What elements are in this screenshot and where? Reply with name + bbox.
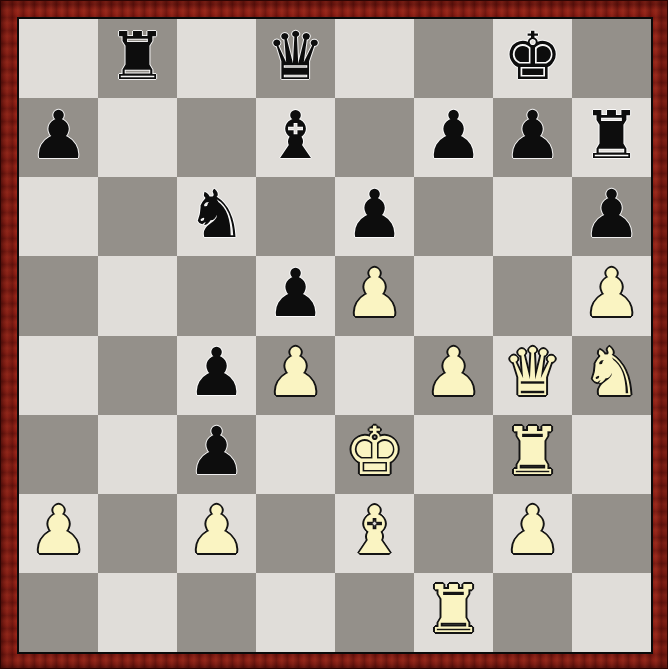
square-a5[interactable] (19, 256, 98, 335)
square-g3[interactable]: ♜ (493, 415, 572, 494)
white-knight-h4: ♞ (582, 340, 641, 406)
square-h7[interactable]: ♜ (572, 98, 651, 177)
square-e7[interactable] (335, 98, 414, 177)
white-pawn-d4: ♟ (266, 340, 325, 406)
square-d1[interactable] (256, 573, 335, 652)
square-b3[interactable] (98, 415, 177, 494)
square-d7[interactable]: ♝ (256, 98, 335, 177)
black-pawn-h6: ♟ (582, 182, 641, 248)
square-g6[interactable] (493, 177, 572, 256)
square-e3[interactable]: ♚ (335, 415, 414, 494)
square-e1[interactable] (335, 573, 414, 652)
white-pawn-e5: ♟ (345, 261, 404, 327)
square-g4[interactable]: ♛ (493, 336, 572, 415)
square-g7[interactable]: ♟ (493, 98, 572, 177)
square-a3[interactable] (19, 415, 98, 494)
white-bishop-e2: ♝ (345, 498, 404, 564)
black-pawn-a7: ♟ (29, 103, 88, 169)
square-d8[interactable]: ♛ (256, 19, 335, 98)
board-inner-border: ♜♛♚♟♝♟♟♜♞♟♟♟♟♟♟♟♟♛♞♟♚♜♟♟♝♟♜ (17, 17, 653, 654)
square-e4[interactable] (335, 336, 414, 415)
square-b1[interactable] (98, 573, 177, 652)
square-e2[interactable]: ♝ (335, 494, 414, 573)
white-rook-f1: ♜ (424, 577, 483, 643)
black-bishop-d7: ♝ (266, 103, 325, 169)
white-pawn-c2: ♟ (187, 498, 246, 564)
square-g1[interactable] (493, 573, 572, 652)
square-g8[interactable]: ♚ (493, 19, 572, 98)
square-c7[interactable] (177, 98, 256, 177)
square-h2[interactable] (572, 494, 651, 573)
square-d6[interactable] (256, 177, 335, 256)
square-f5[interactable] (414, 256, 493, 335)
square-h3[interactable] (572, 415, 651, 494)
square-f3[interactable] (414, 415, 493, 494)
black-pawn-c3: ♟ (187, 419, 246, 485)
square-e8[interactable] (335, 19, 414, 98)
square-c8[interactable] (177, 19, 256, 98)
square-f1[interactable]: ♜ (414, 573, 493, 652)
square-c1[interactable] (177, 573, 256, 652)
black-pawn-c4: ♟ (187, 340, 246, 406)
square-f4[interactable]: ♟ (414, 336, 493, 415)
square-b7[interactable] (98, 98, 177, 177)
black-rook-b8: ♜ (108, 24, 167, 90)
black-pawn-e6: ♟ (345, 182, 404, 248)
square-f2[interactable] (414, 494, 493, 573)
white-queen-g4: ♛ (503, 340, 562, 406)
square-b6[interactable] (98, 177, 177, 256)
square-h1[interactable] (572, 573, 651, 652)
white-king-e3: ♚ (345, 419, 404, 485)
square-d4[interactable]: ♟ (256, 336, 335, 415)
square-e5[interactable]: ♟ (335, 256, 414, 335)
square-e6[interactable]: ♟ (335, 177, 414, 256)
square-a7[interactable]: ♟ (19, 98, 98, 177)
black-king-g8: ♚ (503, 24, 562, 90)
square-h6[interactable]: ♟ (572, 177, 651, 256)
square-b8[interactable]: ♜ (98, 19, 177, 98)
square-g2[interactable]: ♟ (493, 494, 572, 573)
square-b4[interactable] (98, 336, 177, 415)
square-c2[interactable]: ♟ (177, 494, 256, 573)
square-c6[interactable]: ♞ (177, 177, 256, 256)
square-b2[interactable] (98, 494, 177, 573)
black-pawn-g7: ♟ (503, 103, 562, 169)
white-pawn-h5: ♟ (582, 261, 641, 327)
square-a4[interactable] (19, 336, 98, 415)
square-f7[interactable]: ♟ (414, 98, 493, 177)
white-pawn-a2: ♟ (29, 498, 88, 564)
square-a6[interactable] (19, 177, 98, 256)
square-c3[interactable]: ♟ (177, 415, 256, 494)
square-g5[interactable] (493, 256, 572, 335)
black-rook-h7: ♜ (582, 103, 641, 169)
square-f6[interactable] (414, 177, 493, 256)
square-h8[interactable] (572, 19, 651, 98)
black-queen-d8: ♛ (266, 24, 325, 90)
square-h4[interactable]: ♞ (572, 336, 651, 415)
square-d5[interactable]: ♟ (256, 256, 335, 335)
white-pawn-f4: ♟ (424, 340, 483, 406)
square-a2[interactable]: ♟ (19, 494, 98, 573)
board-frame: ♜♛♚♟♝♟♟♜♞♟♟♟♟♟♟♟♟♛♞♟♚♜♟♟♝♟♜ (0, 0, 668, 669)
square-c5[interactable] (177, 256, 256, 335)
square-d3[interactable] (256, 415, 335, 494)
black-pawn-f7: ♟ (424, 103, 483, 169)
white-pawn-g2: ♟ (503, 498, 562, 564)
square-b5[interactable] (98, 256, 177, 335)
square-c4[interactable]: ♟ (177, 336, 256, 415)
black-pawn-d5: ♟ (266, 261, 325, 327)
square-d2[interactable] (256, 494, 335, 573)
square-a1[interactable] (19, 573, 98, 652)
square-h5[interactable]: ♟ (572, 256, 651, 335)
square-a8[interactable] (19, 19, 98, 98)
square-f8[interactable] (414, 19, 493, 98)
chess-board: ♜♛♚♟♝♟♟♜♞♟♟♟♟♟♟♟♟♛♞♟♚♜♟♟♝♟♜ (19, 19, 651, 652)
white-rook-g3: ♜ (503, 419, 562, 485)
black-knight-c6: ♞ (187, 182, 246, 248)
